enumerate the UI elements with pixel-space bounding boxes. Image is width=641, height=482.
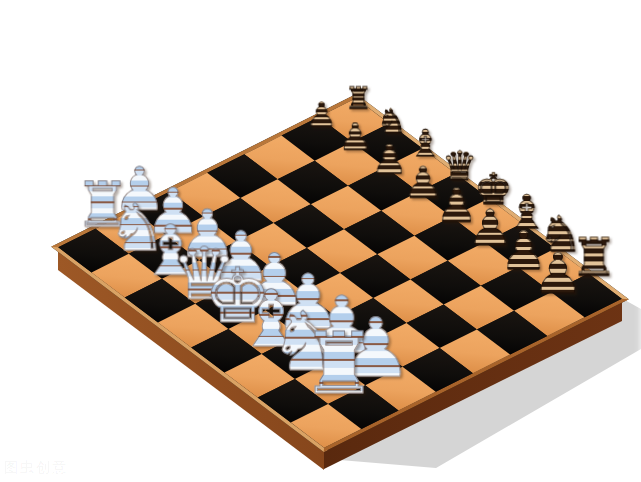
watermark: 图虫创意 — [4, 459, 68, 477]
piece-black-knight[interactable]: ♞ — [377, 105, 407, 138]
piece-black-pawn[interactable]: ♟ — [371, 140, 406, 180]
piece-white-rook[interactable]: ♜ — [301, 322, 377, 407]
piece-black-pawn[interactable]: ♟ — [339, 119, 372, 155]
piece-black-rook[interactable]: ♜ — [345, 83, 372, 113]
scene: ♜♞♝♛♚♝♞♜♟♟♟♟♟♟♟♟♟♟♟♟♟♟♟♟♜♞♝♛♚♝♞♜ 图虫创意 — [0, 0, 641, 482]
piece-black-pawn[interactable]: ♟ — [307, 98, 337, 131]
piece-black-pawn[interactable]: ♟ — [533, 246, 583, 302]
